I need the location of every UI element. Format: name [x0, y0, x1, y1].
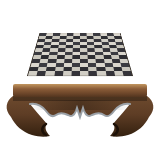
chess-table-product-photo [0, 0, 160, 160]
tabletop-wood-frame [14, 30, 146, 86]
board-square [80, 71, 89, 75]
board-square [122, 71, 132, 75]
checkerboard [27, 33, 133, 76]
board-square [63, 71, 72, 75]
board-square [71, 71, 80, 75]
